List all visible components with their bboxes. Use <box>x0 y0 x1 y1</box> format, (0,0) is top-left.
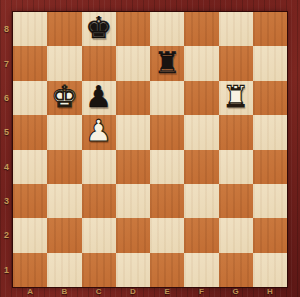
square-a2[interactable] <box>13 218 47 252</box>
rank-label-5: 5 <box>0 115 13 149</box>
square-c1[interactable] <box>82 253 116 287</box>
square-f8[interactable] <box>184 12 218 46</box>
square-g4[interactable] <box>219 150 253 184</box>
file-label-c: C <box>82 287 116 297</box>
rank-labels: 87654321 <box>0 12 13 287</box>
file-label-g: G <box>219 287 253 297</box>
square-c4[interactable] <box>82 150 116 184</box>
square-b2[interactable] <box>47 218 81 252</box>
rank-label-6: 6 <box>0 81 13 115</box>
square-h2[interactable] <box>253 218 287 252</box>
file-labels: ABCDEFGH <box>13 287 287 297</box>
chess-board: ♚♜♚♟♜♟ <box>13 12 287 287</box>
square-b8[interactable] <box>47 12 81 46</box>
square-f6[interactable] <box>184 81 218 115</box>
square-d3[interactable] <box>116 184 150 218</box>
rank-label-2: 2 <box>0 218 13 252</box>
square-c3[interactable] <box>82 184 116 218</box>
square-d6[interactable] <box>116 81 150 115</box>
square-e3[interactable] <box>150 184 184 218</box>
white-rook[interactable]: ♜ <box>222 82 249 112</box>
square-a7[interactable] <box>13 46 47 80</box>
square-c8[interactable]: ♚ <box>82 12 116 46</box>
square-g7[interactable] <box>219 46 253 80</box>
square-b3[interactable] <box>47 184 81 218</box>
square-b5[interactable] <box>47 115 81 149</box>
square-g2[interactable] <box>219 218 253 252</box>
square-h5[interactable] <box>253 115 287 149</box>
square-e2[interactable] <box>150 218 184 252</box>
square-c6[interactable]: ♟ <box>82 81 116 115</box>
square-a5[interactable] <box>13 115 47 149</box>
file-label-h: H <box>253 287 287 297</box>
rank-label-1: 1 <box>0 253 13 287</box>
chess-diagram: 87654321 ABCDEFGH ♚♜♚♟♜♟ <box>0 0 300 297</box>
square-c5[interactable]: ♟ <box>82 115 116 149</box>
file-label-e: E <box>150 287 184 297</box>
file-label-d: D <box>116 287 150 297</box>
square-c2[interactable] <box>82 218 116 252</box>
white-pawn[interactable]: ♟ <box>85 116 112 146</box>
square-a8[interactable] <box>13 12 47 46</box>
square-f4[interactable] <box>184 150 218 184</box>
square-e1[interactable] <box>150 253 184 287</box>
black-pawn[interactable]: ♟ <box>85 82 112 112</box>
black-king[interactable]: ♚ <box>85 13 112 43</box>
square-d8[interactable] <box>116 12 150 46</box>
square-e7[interactable]: ♜ <box>150 46 184 80</box>
file-label-f: F <box>184 287 218 297</box>
square-e6[interactable] <box>150 81 184 115</box>
rank-label-7: 7 <box>0 46 13 80</box>
square-c7[interactable] <box>82 46 116 80</box>
square-b6[interactable]: ♚ <box>47 81 81 115</box>
square-d7[interactable] <box>116 46 150 80</box>
square-d2[interactable] <box>116 218 150 252</box>
white-king[interactable]: ♚ <box>51 82 78 112</box>
file-label-b: B <box>47 287 81 297</box>
square-h7[interactable] <box>253 46 287 80</box>
square-f1[interactable] <box>184 253 218 287</box>
rank-label-4: 4 <box>0 150 13 184</box>
square-g6[interactable]: ♜ <box>219 81 253 115</box>
square-d5[interactable] <box>116 115 150 149</box>
square-b1[interactable] <box>47 253 81 287</box>
square-a6[interactable] <box>13 81 47 115</box>
square-h4[interactable] <box>253 150 287 184</box>
square-d4[interactable] <box>116 150 150 184</box>
square-h6[interactable] <box>253 81 287 115</box>
square-b7[interactable] <box>47 46 81 80</box>
square-f7[interactable] <box>184 46 218 80</box>
square-f2[interactable] <box>184 218 218 252</box>
black-rook[interactable]: ♜ <box>154 48 181 78</box>
square-f3[interactable] <box>184 184 218 218</box>
square-a1[interactable] <box>13 253 47 287</box>
file-label-a: A <box>13 287 47 297</box>
rank-label-8: 8 <box>0 12 13 46</box>
square-h8[interactable] <box>253 12 287 46</box>
square-h3[interactable] <box>253 184 287 218</box>
square-f5[interactable] <box>184 115 218 149</box>
square-d1[interactable] <box>116 253 150 287</box>
square-g5[interactable] <box>219 115 253 149</box>
square-g1[interactable] <box>219 253 253 287</box>
square-a4[interactable] <box>13 150 47 184</box>
rank-label-3: 3 <box>0 184 13 218</box>
square-g8[interactable] <box>219 12 253 46</box>
square-a3[interactable] <box>13 184 47 218</box>
square-h1[interactable] <box>253 253 287 287</box>
square-g3[interactable] <box>219 184 253 218</box>
square-e8[interactable] <box>150 12 184 46</box>
square-b4[interactable] <box>47 150 81 184</box>
square-e4[interactable] <box>150 150 184 184</box>
square-e5[interactable] <box>150 115 184 149</box>
